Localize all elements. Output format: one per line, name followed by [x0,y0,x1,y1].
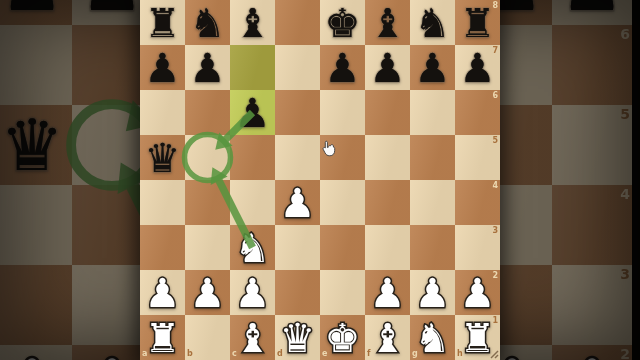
square-g7[interactable]: ♟♟ [410,45,455,90]
square-a4[interactable] [140,180,185,225]
file-label-b: b [187,350,193,358]
square-c2[interactable]: ♟♟ [230,270,275,315]
square-a1[interactable]: ♜♜a [140,315,185,360]
square-f1[interactable]: ♝♝f [365,315,410,360]
square-b3[interactable] [185,225,230,270]
square-b4[interactable] [185,180,230,225]
square-a6[interactable] [140,90,185,135]
square-d8[interactable] [275,0,320,45]
piece-white-pawn[interactable]: ♟♟ [185,270,230,315]
square-h7[interactable]: ♟♟7 [455,45,500,90]
square-c5[interactable] [230,135,275,180]
square-e4[interactable] [320,180,365,225]
piece-black-king[interactable]: ♚♚ [320,0,365,45]
square-c4[interactable] [230,180,275,225]
square-f8[interactable]: ♝♝ [365,0,410,45]
square-a5: ♛♛ [0,105,72,185]
square-e8[interactable]: ♚♚ [320,0,365,45]
square-a8[interactable]: ♜♜ [140,0,185,45]
piece-black-rook[interactable]: ♜♜ [455,0,500,45]
piece-white-pawn[interactable]: ♟♟ [230,270,275,315]
square-a6 [0,25,72,105]
square-a3 [0,265,72,345]
rank-label-4: 4 [620,187,630,201]
piece-black-queen[interactable]: ♛♛ [140,135,185,180]
square-h3[interactable]: 3 [455,225,500,270]
piece-white-knight[interactable]: ♞♞ [230,225,275,270]
square-a3[interactable] [140,225,185,270]
square-h6[interactable]: 6 [455,90,500,135]
chessboard[interactable]: ♜♜♞♞♝♝♚♚♝♝♞♞♜♜8♟♟♟♟♟♟♟♟♟♟♟♟7♟♟6♛♛5♟♟4♞♞3… [140,0,500,360]
square-h6: 6 [552,25,632,105]
square-e1[interactable]: ♚♚e [320,315,365,360]
square-c6[interactable]: ♟♟ [230,90,275,135]
square-d1[interactable]: ♛♛d [275,315,320,360]
piece-black-bishop[interactable]: ♝♝ [230,0,275,45]
square-b6[interactable] [185,90,230,135]
square-d5[interactable] [275,135,320,180]
piece-black-pawn[interactable]: ♟♟ [320,45,365,90]
piece-black-pawn[interactable]: ♟♟ [230,90,275,135]
square-d7[interactable] [275,45,320,90]
square-g3[interactable] [410,225,455,270]
square-g5[interactable] [410,135,455,180]
square-b7[interactable]: ♟♟ [185,45,230,90]
rank-label-4: 4 [492,182,498,190]
square-h5[interactable]: 5 [455,135,500,180]
square-b2[interactable]: ♟♟ [185,270,230,315]
piece-black-pawn[interactable]: ♟♟ [410,45,455,90]
square-d2[interactable] [275,270,320,315]
square-e3[interactable] [320,225,365,270]
square-b1[interactable]: b [185,315,230,360]
square-c1[interactable]: ♝♝c [230,315,275,360]
rank-label-5: 5 [492,137,498,145]
rank-label-3: 3 [492,227,498,235]
square-h2: ♟♟2 [552,345,632,360]
square-e2[interactable] [320,270,365,315]
square-f2[interactable]: ♟♟ [365,270,410,315]
square-f4[interactable] [365,180,410,225]
rank-label-5: 5 [620,107,630,121]
square-g4[interactable] [410,180,455,225]
piece-white-pawn: ♟♟ [552,345,632,360]
piece-black-knight[interactable]: ♞♞ [410,0,455,45]
piece-black-pawn: ♟♟ [0,0,72,25]
piece-white-bishop[interactable]: ♝♝ [230,315,275,360]
square-e5[interactable] [320,135,365,180]
square-a2: ♟♟ [0,345,72,360]
square-f5[interactable] [365,135,410,180]
piece-black-knight[interactable]: ♞♞ [185,0,230,45]
rank-label-6: 6 [492,92,498,100]
square-h3: 3 [552,265,632,345]
piece-white-pawn[interactable]: ♟♟ [275,180,320,225]
square-a7[interactable]: ♟♟ [140,45,185,90]
board-resize-handle[interactable] [489,349,499,359]
square-e7[interactable]: ♟♟ [320,45,365,90]
piece-black-bishop[interactable]: ♝♝ [365,0,410,45]
piece-black-pawn[interactable]: ♟♟ [455,45,500,90]
piece-black-queen: ♛♛ [0,105,72,185]
piece-white-pawn[interactable]: ♟♟ [365,270,410,315]
square-a4 [0,185,72,265]
piece-white-king[interactable]: ♚♚ [320,315,365,360]
piece-white-knight[interactable]: ♞♞ [410,315,455,360]
piece-black-pawn: ♟♟ [552,0,632,25]
square-h8[interactable]: ♜♜8 [455,0,500,45]
square-g6[interactable] [410,90,455,135]
square-b5[interactable] [185,135,230,180]
piece-white-pawn: ♟♟ [0,345,72,360]
square-f3[interactable] [365,225,410,270]
square-d3[interactable] [275,225,320,270]
square-d4[interactable]: ♟♟ [275,180,320,225]
square-f7[interactable]: ♟♟ [365,45,410,90]
piece-black-pawn[interactable]: ♟♟ [365,45,410,90]
square-h4[interactable]: 4 [455,180,500,225]
square-h2[interactable]: ♟♟2 [455,270,500,315]
piece-white-bishop[interactable]: ♝♝ [365,315,410,360]
square-c7[interactable] [230,45,275,90]
piece-white-queen[interactable]: ♛♛ [275,315,320,360]
square-g8[interactable]: ♞♞ [410,0,455,45]
piece-black-pawn[interactable]: ♟♟ [185,45,230,90]
rank-label-3: 3 [620,267,630,281]
square-b8[interactable]: ♞♞ [185,0,230,45]
video-frame: ♜♜♞♞♝♝♚♚♝♝♞♞♜♜8♟♟♟♟♟♟♟♟♟♟♟♟7♟♟6♛♛5♟♟4♞♞3… [0,0,640,360]
square-e6[interactable] [320,90,365,135]
square-a5[interactable]: ♛♛ [140,135,185,180]
piece-black-rook[interactable]: ♜♜ [140,0,185,45]
square-a2[interactable]: ♟♟ [140,270,185,315]
piece-white-pawn[interactable]: ♟♟ [140,270,185,315]
square-f6[interactable] [365,90,410,135]
rank-label-6: 6 [620,27,630,41]
square-h7: ♟♟7 [552,0,632,25]
square-g2[interactable]: ♟♟ [410,270,455,315]
piece-white-rook[interactable]: ♜♜ [140,315,185,360]
square-a7: ♟♟ [0,0,72,25]
piece-black-pawn[interactable]: ♟♟ [140,45,185,90]
square-h5: 5 [552,105,632,185]
square-g1[interactable]: ♞♞g [410,315,455,360]
square-h4: 4 [552,185,632,265]
piece-white-pawn[interactable]: ♟♟ [410,270,455,315]
square-c3[interactable]: ♞♞ [230,225,275,270]
square-c8[interactable]: ♝♝ [230,0,275,45]
piece-white-pawn[interactable]: ♟♟ [455,270,500,315]
square-d6[interactable] [275,90,320,135]
